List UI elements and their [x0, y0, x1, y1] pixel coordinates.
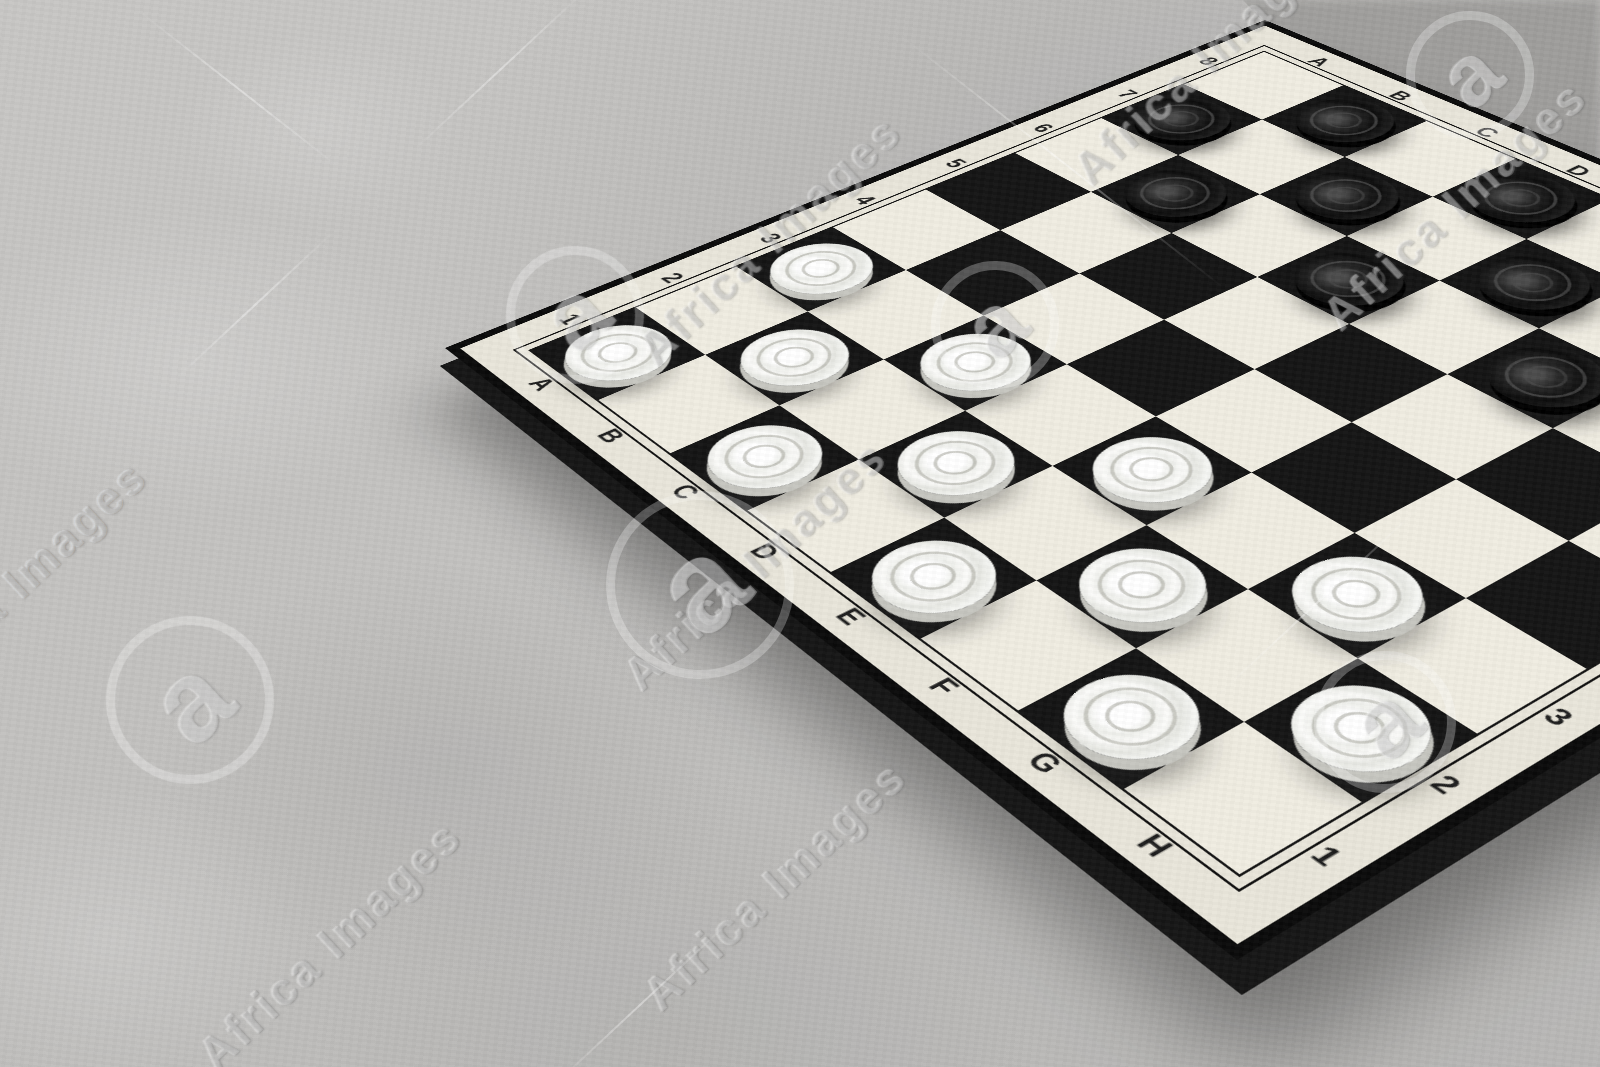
photo-stage: 12345678 12345678 ABCDEFGH ABCDEFGH Afri… [0, 0, 1600, 1067]
watermark-text: Africa Images [0, 449, 158, 721]
checkers-board: 12345678 12345678 ABCDEFGH ABCDEFGH [445, 20, 1600, 960]
watermark-line [137, 9, 343, 171]
watermark-text: Africa Images [632, 749, 918, 1021]
board-frame: 12345678 12345678 ABCDEFGH ABCDEFGH [445, 20, 1600, 960]
watermark-text: Africa Images [187, 809, 473, 1067]
watermark-logo-icon: a [71, 581, 308, 818]
watermark-line [412, 0, 589, 153]
watermark-line [544, 916, 736, 1067]
board-grid [531, 52, 1600, 874]
watermark-line [174, 229, 336, 381]
